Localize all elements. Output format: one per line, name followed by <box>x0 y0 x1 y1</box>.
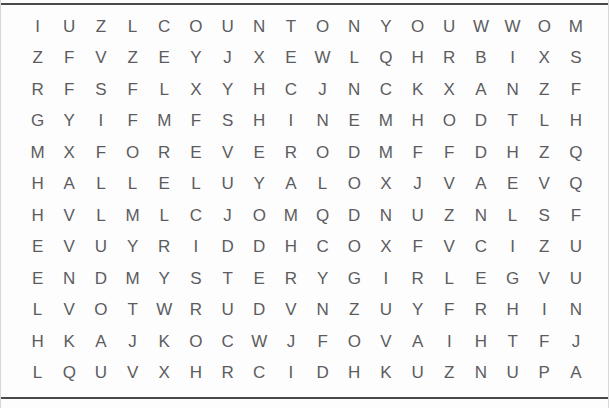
grid-cell-r2c4[interactable]: Z <box>117 43 149 75</box>
grid-cell-r2c18[interactable]: S <box>560 43 592 75</box>
grid-cell-r6c11[interactable]: O <box>339 169 371 201</box>
grid-cell-r5c7[interactable]: V <box>212 137 244 169</box>
grid-cell-r1c11[interactable]: N <box>339 11 371 43</box>
grid-cell-r12c17[interactable]: P <box>529 358 561 390</box>
grid-cell-r5c9[interactable]: R <box>275 137 307 169</box>
grid-cell-r12c18[interactable]: A <box>560 358 592 390</box>
grid-cell-r10c12[interactable]: U <box>370 295 402 327</box>
grid-cell-r2c2[interactable]: F <box>54 43 86 75</box>
grid-cell-r1c17[interactable]: O <box>529 11 561 43</box>
grid-cell-r6c13[interactable]: J <box>402 169 434 201</box>
grid-cell-r8c6[interactable]: I <box>180 232 212 264</box>
grid-cell-r6c6[interactable]: L <box>180 169 212 201</box>
grid-cell-r3c8[interactable]: H <box>244 74 276 106</box>
grid-cell-r7c10[interactable]: Q <box>307 200 339 232</box>
grid-cell-r8c13[interactable]: F <box>402 232 434 264</box>
grid-cell-r7c6[interactable]: C <box>180 200 212 232</box>
grid-cell-r2c5[interactable]: E <box>149 43 181 75</box>
grid-cell-r3c10[interactable]: J <box>307 74 339 106</box>
grid-cell-r11c1[interactable]: H <box>22 326 54 358</box>
grid-cell-r3c14[interactable]: X <box>434 74 466 106</box>
grid-cell-r1c13[interactable]: O <box>402 11 434 43</box>
grid-cell-r9c10[interactable]: Y <box>307 263 339 295</box>
grid-cell-r10c9[interactable]: V <box>275 295 307 327</box>
grid-cell-r4c15[interactable]: D <box>465 106 497 138</box>
grid-cell-r7c9[interactable]: M <box>275 200 307 232</box>
grid-cell-r1c2[interactable]: U <box>54 11 86 43</box>
grid-cell-r10c3[interactable]: O <box>85 295 117 327</box>
grid-cell-r4c7[interactable]: S <box>212 106 244 138</box>
grid-cell-r4c13[interactable]: H <box>402 106 434 138</box>
grid-cell-r1c18[interactable]: M <box>560 11 592 43</box>
grid-cell-r8c9[interactable]: H <box>275 232 307 264</box>
grid-cell-r10c8[interactable]: D <box>244 295 276 327</box>
grid-cell-r3c7[interactable]: Y <box>212 74 244 106</box>
grid-cell-r4c6[interactable]: F <box>180 106 212 138</box>
grid-cell-r1c6[interactable]: O <box>180 11 212 43</box>
grid-cell-r5c11[interactable]: D <box>339 137 371 169</box>
grid-cell-r6c14[interactable]: V <box>434 169 466 201</box>
grid-cell-r3c6[interactable]: X <box>180 74 212 106</box>
grid-cell-r5c4[interactable]: O <box>117 137 149 169</box>
grid-cell-r4c18[interactable]: H <box>560 106 592 138</box>
grid-cell-r5c3[interactable]: F <box>85 137 117 169</box>
grid-cell-r4c12[interactable]: M <box>370 106 402 138</box>
grid-cell-r2c6[interactable]: Y <box>180 43 212 75</box>
grid-cell-r9c13[interactable]: R <box>402 263 434 295</box>
grid-cell-r1c8[interactable]: N <box>244 11 276 43</box>
grid-cell-r12c7[interactable]: R <box>212 358 244 390</box>
grid-cell-r6c15[interactable]: A <box>465 169 497 201</box>
grid-cell-r2c1[interactable]: Z <box>22 43 54 75</box>
grid-cell-r12c5[interactable]: X <box>149 358 181 390</box>
grid-cell-r12c10[interactable]: D <box>307 358 339 390</box>
grid-cell-r6c8[interactable]: Y <box>244 169 276 201</box>
grid-cell-r6c3[interactable]: L <box>85 169 117 201</box>
grid-cell-r11c6[interactable]: O <box>180 326 212 358</box>
grid-cell-r4c3[interactable]: I <box>85 106 117 138</box>
grid-cell-r6c10[interactable]: L <box>307 169 339 201</box>
left-frame-edge <box>0 0 1 408</box>
grid-cell-r11c12[interactable]: V <box>370 326 402 358</box>
grid-cell-r12c15[interactable]: N <box>465 358 497 390</box>
grid-cell-r1c7[interactable]: U <box>212 11 244 43</box>
grid-cell-r3c17[interactable]: Z <box>529 74 561 106</box>
grid-cell-r4c11[interactable]: E <box>339 106 371 138</box>
grid-cell-r3c16[interactable]: N <box>497 74 529 106</box>
grid-cell-r8c3[interactable]: U <box>85 232 117 264</box>
grid-cell-r4c8[interactable]: H <box>244 106 276 138</box>
grid-cell-r9c7[interactable]: T <box>212 263 244 295</box>
grid-cell-r8c14[interactable]: V <box>434 232 466 264</box>
grid-cell-r6c17[interactable]: V <box>529 169 561 201</box>
grid-cell-r8c15[interactable]: C <box>465 232 497 264</box>
grid-cell-r7c11[interactable]: D <box>339 200 371 232</box>
grid-cell-r11c5[interactable]: K <box>149 326 181 358</box>
grid-cell-r1c10[interactable]: O <box>307 11 339 43</box>
grid-cell-r9c8[interactable]: E <box>244 263 276 295</box>
grid-cell-r1c12[interactable]: Y <box>370 11 402 43</box>
grid-cell-r1c5[interactable]: C <box>149 11 181 43</box>
grid-cell-r6c7[interactable]: U <box>212 169 244 201</box>
grid-cell-r1c16[interactable]: W <box>497 11 529 43</box>
grid-cell-r11c2[interactable]: K <box>54 326 86 358</box>
grid-cell-r4c9[interactable]: I <box>275 106 307 138</box>
grid-cell-r2c17[interactable]: X <box>529 43 561 75</box>
grid-cell-r8c5[interactable]: R <box>149 232 181 264</box>
grid-cell-r2c15[interactable]: B <box>465 43 497 75</box>
grid-cell-r5c8[interactable]: E <box>244 137 276 169</box>
grid-cell-r6c2[interactable]: A <box>54 169 86 201</box>
grid-cell-r10c11[interactable]: Z <box>339 295 371 327</box>
grid-cell-r2c14[interactable]: R <box>434 43 466 75</box>
grid-cell-r7c2[interactable]: V <box>54 200 86 232</box>
grid-cell-r3c1[interactable]: R <box>22 74 54 106</box>
grid-cell-r5c14[interactable]: F <box>434 137 466 169</box>
grid-cell-r7c14[interactable]: Z <box>434 200 466 232</box>
grid-cell-r10c4[interactable]: T <box>117 295 149 327</box>
grid-cell-r12c9[interactable]: I <box>275 358 307 390</box>
grid-cell-r5c12[interactable]: M <box>370 137 402 169</box>
grid-cell-r9c12[interactable]: I <box>370 263 402 295</box>
grid-cell-r5c1[interactable]: M <box>22 137 54 169</box>
grid-cell-r8c16[interactable]: I <box>497 232 529 264</box>
grid-cell-r9c11[interactable]: G <box>339 263 371 295</box>
grid-cell-r1c4[interactable]: L <box>117 11 149 43</box>
grid-cell-r11c10[interactable]: F <box>307 326 339 358</box>
grid-cell-r7c18[interactable]: F <box>560 200 592 232</box>
grid-cell-r5c18[interactable]: Q <box>560 137 592 169</box>
grid-cell-r9c18[interactable]: U <box>560 263 592 295</box>
grid-cell-r9c3[interactable]: D <box>85 263 117 295</box>
grid-cell-r12c6[interactable]: H <box>180 358 212 390</box>
grid-cell-r11c11[interactable]: O <box>339 326 371 358</box>
grid-cell-r6c5[interactable]: E <box>149 169 181 201</box>
grid-cell-r6c1[interactable]: H <box>22 169 54 201</box>
grid-cell-r6c4[interactable]: L <box>117 169 149 201</box>
grid-cell-r5c13[interactable]: F <box>402 137 434 169</box>
grid-cell-r12c4[interactable]: V <box>117 358 149 390</box>
grid-cell-r2c3[interactable]: V <box>85 43 117 75</box>
grid-cell-r9c14[interactable]: L <box>434 263 466 295</box>
grid-cell-r10c16[interactable]: H <box>497 295 529 327</box>
grid-cell-r9c1[interactable]: E <box>22 263 54 295</box>
grid-cell-r3c11[interactable]: N <box>339 74 371 106</box>
grid-cell-r2c12[interactable]: Q <box>370 43 402 75</box>
grid-cell-r8c17[interactable]: Z <box>529 232 561 264</box>
grid-cell-r6c12[interactable]: X <box>370 169 402 201</box>
grid-cell-r6c18[interactable]: Q <box>560 169 592 201</box>
grid-cell-r4c2[interactable]: Y <box>54 106 86 138</box>
grid-cell-r7c15[interactable]: N <box>465 200 497 232</box>
grid-cell-r4c10[interactable]: N <box>307 106 339 138</box>
grid-cell-r5c6[interactable]: E <box>180 137 212 169</box>
grid-cell-r7c8[interactable]: O <box>244 200 276 232</box>
grid-cell-r9c15[interactable]: E <box>465 263 497 295</box>
grid-cell-r1c9[interactable]: T <box>275 11 307 43</box>
grid-cell-r10c2[interactable]: V <box>54 295 86 327</box>
grid-cell-r11c14[interactable]: I <box>434 326 466 358</box>
grid-cell-r4c4[interactable]: F <box>117 106 149 138</box>
grid-cell-r3c4[interactable]: F <box>117 74 149 106</box>
grid-cell-r5c17[interactable]: Z <box>529 137 561 169</box>
grid-cell-r7c7[interactable]: J <box>212 200 244 232</box>
grid-cell-r9c17[interactable]: V <box>529 263 561 295</box>
grid-cell-r5c15[interactable]: D <box>465 137 497 169</box>
grid-cell-r8c7[interactable]: D <box>212 232 244 264</box>
grid-cell-r6c9[interactable]: A <box>275 169 307 201</box>
grid-cell-r9c4[interactable]: M <box>117 263 149 295</box>
grid-cell-r12c3[interactable]: U <box>85 358 117 390</box>
grid-cell-r8c12[interactable]: X <box>370 232 402 264</box>
grid-cell-r8c10[interactable]: C <box>307 232 339 264</box>
grid-cell-r2c11[interactable]: L <box>339 43 371 75</box>
grid-cell-r10c13[interactable]: Y <box>402 295 434 327</box>
grid-cell-r10c15[interactable]: R <box>465 295 497 327</box>
grid-cell-r5c2[interactable]: X <box>54 137 86 169</box>
grid-cell-r3c13[interactable]: K <box>402 74 434 106</box>
grid-cell-r7c5[interactable]: L <box>149 200 181 232</box>
grid-cell-r12c1[interactable]: L <box>22 358 54 390</box>
grid-cell-r8c18[interactable]: U <box>560 232 592 264</box>
letter-grid: IUZLCOUNTONYOUWWOMZFVZEYJXEWLQHRBIXSRFSF… <box>22 11 592 389</box>
grid-cell-r9c9[interactable]: R <box>275 263 307 295</box>
grid-cell-r10c14[interactable]: F <box>434 295 466 327</box>
grid-cell-r9c2[interactable]: N <box>54 263 86 295</box>
grid-cell-r4c1[interactable]: G <box>22 106 54 138</box>
grid-cell-r11c8[interactable]: W <box>244 326 276 358</box>
grid-cell-r7c3[interactable]: L <box>85 200 117 232</box>
grid-cell-r11c16[interactable]: T <box>497 326 529 358</box>
grid-cell-r12c12[interactable]: K <box>370 358 402 390</box>
grid-cell-r7c13[interactable]: U <box>402 200 434 232</box>
grid-cell-r11c4[interactable]: J <box>117 326 149 358</box>
grid-cell-r9c5[interactable]: Y <box>149 263 181 295</box>
grid-cell-r11c13[interactable]: A <box>402 326 434 358</box>
grid-cell-r10c7[interactable]: U <box>212 295 244 327</box>
grid-cell-r4c16[interactable]: T <box>497 106 529 138</box>
grid-cell-r12c14[interactable]: Z <box>434 358 466 390</box>
grid-cell-r11c7[interactable]: C <box>212 326 244 358</box>
grid-cell-r7c4[interactable]: M <box>117 200 149 232</box>
grid-cell-r11c3[interactable]: A <box>85 326 117 358</box>
grid-cell-r1c3[interactable]: Z <box>85 11 117 43</box>
grid-cell-r7c17[interactable]: S <box>529 200 561 232</box>
grid-cell-r8c1[interactable]: E <box>22 232 54 264</box>
grid-cell-r3c12[interactable]: C <box>370 74 402 106</box>
grid-cell-r6c16[interactable]: E <box>497 169 529 201</box>
grid-cell-r8c4[interactable]: Y <box>117 232 149 264</box>
grid-cell-r9c16[interactable]: G <box>497 263 529 295</box>
grid-cell-r2c7[interactable]: J <box>212 43 244 75</box>
grid-cell-r7c16[interactable]: L <box>497 200 529 232</box>
grid-cell-r2c9[interactable]: E <box>275 43 307 75</box>
grid-cell-r5c16[interactable]: H <box>497 137 529 169</box>
grid-cell-r10c5[interactable]: W <box>149 295 181 327</box>
grid-cell-r5c5[interactable]: R <box>149 137 181 169</box>
grid-cell-r1c14[interactable]: U <box>434 11 466 43</box>
grid-cell-r2c8[interactable]: X <box>244 43 276 75</box>
grid-cell-r7c12[interactable]: N <box>370 200 402 232</box>
grid-cell-r10c18[interactable]: N <box>560 295 592 327</box>
top-frame-line <box>0 3 609 5</box>
grid-cell-r2c10[interactable]: W <box>307 43 339 75</box>
grid-cell-r2c16[interactable]: I <box>497 43 529 75</box>
grid-cell-r4c14[interactable]: O <box>434 106 466 138</box>
grid-cell-r5c10[interactable]: O <box>307 137 339 169</box>
grid-cell-r2c13[interactable]: H <box>402 43 434 75</box>
grid-cell-r10c1[interactable]: L <box>22 295 54 327</box>
grid-cell-r12c13[interactable]: U <box>402 358 434 390</box>
grid-cell-r11c15[interactable]: H <box>465 326 497 358</box>
grid-cell-r11c17[interactable]: F <box>529 326 561 358</box>
grid-cell-r3c9[interactable]: C <box>275 74 307 106</box>
grid-cell-r12c11[interactable]: H <box>339 358 371 390</box>
grid-cell-r9c6[interactable]: S <box>180 263 212 295</box>
grid-cell-r3c5[interactable]: L <box>149 74 181 106</box>
grid-cell-r10c6[interactable]: R <box>180 295 212 327</box>
grid-cell-r8c2[interactable]: V <box>54 232 86 264</box>
grid-cell-r1c1[interactable]: I <box>22 11 54 43</box>
grid-cell-r11c9[interactable]: J <box>275 326 307 358</box>
grid-cell-r8c8[interactable]: D <box>244 232 276 264</box>
grid-cell-r12c2[interactable]: Q <box>54 358 86 390</box>
grid-cell-r8c11[interactable]: O <box>339 232 371 264</box>
bottom-frame-line <box>0 397 609 399</box>
grid-cell-r10c10[interactable]: N <box>307 295 339 327</box>
grid-cell-r12c16[interactable]: U <box>497 358 529 390</box>
grid-cell-r3c2[interactable]: F <box>54 74 86 106</box>
grid-cell-r11c18[interactable]: J <box>560 326 592 358</box>
grid-cell-r4c17[interactable]: L <box>529 106 561 138</box>
grid-cell-r10c17[interactable]: I <box>529 295 561 327</box>
grid-cell-r7c1[interactable]: H <box>22 200 54 232</box>
grid-cell-r12c8[interactable]: C <box>244 358 276 390</box>
word-search-board: IUZLCOUNTONYOUWWOMZFVZEYJXEWLQHRBIXSRFSF… <box>0 0 609 408</box>
grid-cell-r3c15[interactable]: A <box>465 74 497 106</box>
grid-cell-r4c5[interactable]: M <box>149 106 181 138</box>
grid-cell-r3c3[interactable]: S <box>85 74 117 106</box>
grid-cell-r1c15[interactable]: W <box>465 11 497 43</box>
grid-cell-r3c18[interactable]: F <box>560 74 592 106</box>
